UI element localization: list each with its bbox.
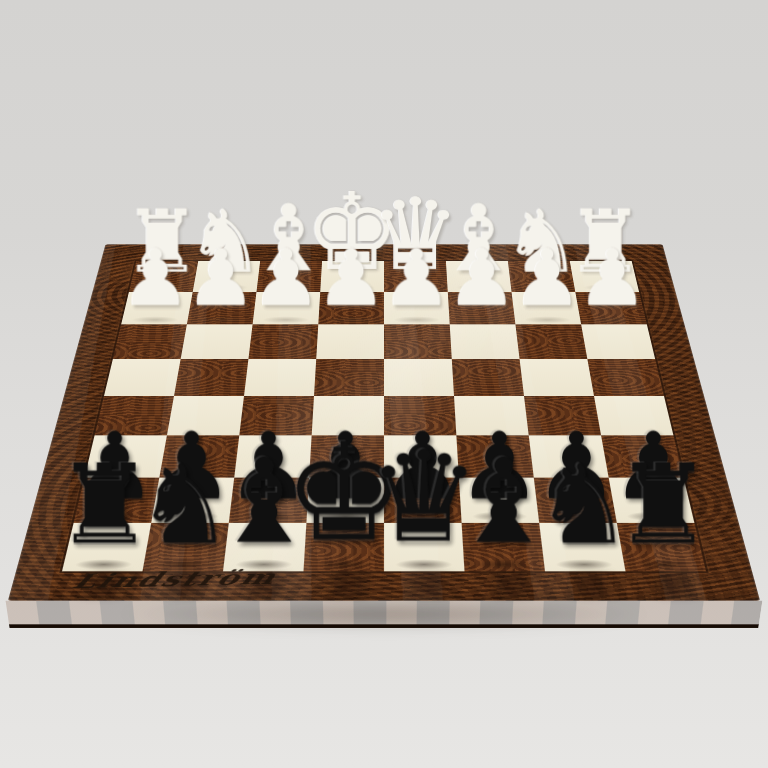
white-pawn: ♟ — [120, 238, 190, 316]
piece-spot: ♟ — [187, 292, 257, 325]
piece-reflection — [555, 559, 614, 570]
white-pawn: ♟ — [251, 238, 321, 316]
white-pawn: ♟ — [577, 238, 647, 316]
piece-reflection — [459, 316, 506, 323]
white-pawn: ♟ — [512, 238, 582, 316]
white-pawn: ♟ — [316, 238, 386, 316]
piece-spot: ♟ — [512, 292, 582, 325]
piece-spot: ♟ — [253, 292, 321, 325]
white-pawn: ♟ — [447, 238, 517, 316]
piece-spot: ♝ — [462, 523, 545, 572]
piece-spot: ♜ — [617, 523, 706, 572]
photo-stage: Lindström ♜♞♝♚♛♝♞♜♟♟♟♟♟♟♟♟♟♟♟♟♟♟♟♟♜♞♝♚♛♝… — [0, 0, 768, 768]
piece-reflection — [262, 316, 309, 323]
piece-reflection — [315, 559, 373, 570]
pieces-layer: ♜♞♝♚♛♝♞♜♟♟♟♟♟♟♟♟♟♟♟♟♟♟♟♟♜♞♝♚♛♝♞♜ — [62, 261, 706, 571]
scene: Lindström ♜♞♝♚♛♝♞♜♟♟♟♟♟♟♟♟♟♟♟♟♟♟♟♟♜♞♝♚♛♝… — [0, 0, 768, 768]
piece-reflection — [589, 316, 637, 323]
piece-spot: ♟ — [448, 292, 516, 325]
piece-spot: ♟ — [121, 292, 193, 325]
piece-reflection — [328, 316, 375, 323]
piece-reflection — [196, 316, 244, 323]
piece-reflection — [154, 559, 213, 570]
black-rook: ♜ — [614, 450, 712, 559]
piece-reflection — [393, 316, 440, 323]
piece-reflection — [524, 316, 572, 323]
piece-reflection — [395, 559, 453, 570]
white-pawn: ♟ — [186, 238, 256, 316]
piece-reflection — [475, 559, 533, 570]
piece-reflection — [635, 559, 694, 570]
white-pawn: ♟ — [382, 238, 452, 316]
piece-reflection — [131, 316, 179, 323]
piece-spot: ♟ — [318, 292, 384, 325]
piece-reflection — [235, 559, 293, 570]
piece-reflection — [74, 559, 133, 570]
chess-board: Lindström ♜♞♝♚♛♝♞♜♟♟♟♟♟♟♟♟♟♟♟♟♟♟♟♟♜♞♝♚♛♝… — [8, 244, 760, 600]
piece-spot: ♟ — [384, 292, 450, 325]
board-edge-face — [6, 601, 763, 628]
piece-spot: ♞ — [539, 523, 625, 572]
piece-spot: ♟ — [575, 292, 647, 325]
